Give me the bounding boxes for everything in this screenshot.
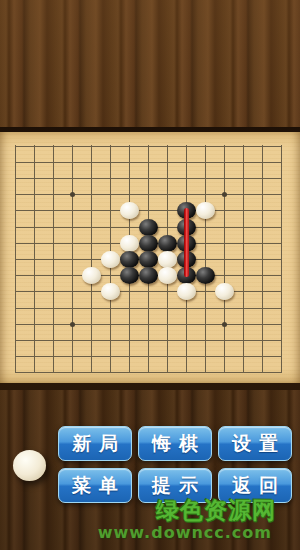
- white-stone: [101, 251, 120, 268]
- gomoku-app-screen: 新局 悔棋 设置 菜单 提示 返回 绿色资源网 www.downcc.com: [0, 0, 300, 550]
- grid-line-v: [72, 145, 73, 373]
- watermark: 绿色资源网 www.downcc.com: [98, 499, 276, 541]
- black-stone: [139, 251, 158, 268]
- white-stone: [120, 202, 139, 219]
- grid-line-v: [15, 145, 16, 373]
- star-point: [222, 322, 227, 327]
- watermark-site-name: 绿色资源网: [98, 499, 276, 522]
- menu-button[interactable]: 菜单: [58, 468, 132, 503]
- grid-line-v: [91, 145, 92, 373]
- grid-line-v: [34, 145, 35, 373]
- player-indicator-white-stone: [13, 450, 46, 481]
- grid-line-v: [281, 145, 282, 373]
- black-stone: [139, 219, 158, 236]
- new-game-button[interactable]: 新局: [58, 426, 132, 461]
- black-stone: [139, 267, 158, 284]
- grid-line-v: [205, 145, 206, 373]
- star-point: [222, 192, 227, 197]
- board-surface[interactable]: [0, 132, 300, 383]
- black-stone: [158, 235, 177, 252]
- grid-line-v: [243, 145, 244, 373]
- gomoku-board[interactable]: [0, 127, 300, 390]
- winning-line: [184, 208, 189, 277]
- black-stone: [139, 235, 158, 252]
- black-stone: [120, 267, 139, 284]
- grid-line-v: [262, 145, 263, 373]
- grid-line-v: [224, 145, 225, 373]
- white-stone: [120, 235, 139, 252]
- black-stone: [120, 251, 139, 268]
- star-point: [70, 192, 75, 197]
- white-stone: [215, 283, 234, 300]
- undo-button[interactable]: 悔棋: [138, 426, 212, 461]
- grid-line-v: [53, 145, 54, 373]
- white-stone: [177, 283, 196, 300]
- white-stone: [82, 267, 101, 284]
- settings-button[interactable]: 设置: [218, 426, 292, 461]
- watermark-url: www.downcc.com: [98, 525, 272, 541]
- star-point: [70, 322, 75, 327]
- white-stone: [158, 251, 177, 268]
- black-stone: [196, 267, 215, 284]
- white-stone: [101, 283, 120, 300]
- white-stone: [158, 267, 177, 284]
- white-stone: [196, 202, 215, 219]
